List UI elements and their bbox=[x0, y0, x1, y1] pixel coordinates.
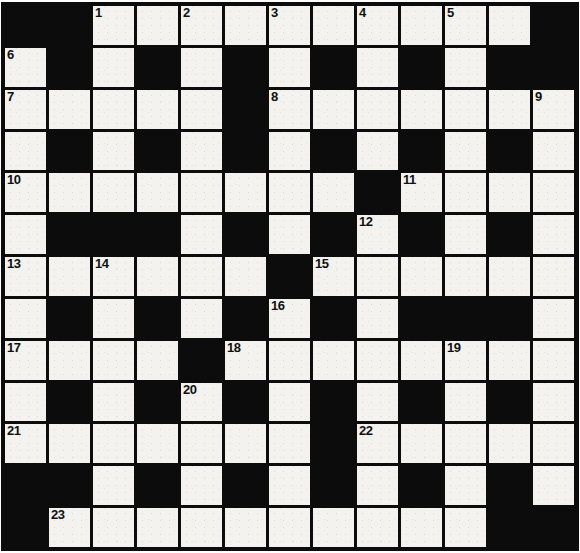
cell-r7-c11 bbox=[489, 299, 530, 338]
cell-r4-c1[interactable] bbox=[49, 173, 90, 212]
clue-number-11: 11 bbox=[403, 172, 416, 187]
cell-r1-c0[interactable]: 6 bbox=[5, 48, 46, 87]
cell-r10-c7 bbox=[313, 424, 354, 463]
cell-r3-c10[interactable] bbox=[445, 132, 486, 171]
cell-r7-c7 bbox=[313, 299, 354, 338]
cell-r10-c10[interactable] bbox=[445, 424, 486, 463]
cell-r2-c11[interactable] bbox=[489, 90, 530, 129]
cell-r11-c12[interactable] bbox=[533, 466, 574, 505]
cell-r3-c4[interactable] bbox=[181, 132, 222, 171]
cell-r8-c3[interactable] bbox=[137, 341, 178, 380]
cell-r5-c6[interactable] bbox=[269, 215, 310, 254]
cell-r11-c8[interactable] bbox=[357, 466, 398, 505]
cell-r7-c2[interactable] bbox=[93, 299, 134, 338]
cell-r7-c9 bbox=[401, 299, 442, 338]
cell-r5-c12[interactable] bbox=[533, 215, 574, 254]
cell-r1-c3 bbox=[137, 48, 178, 87]
cell-r1-c6[interactable] bbox=[269, 48, 310, 87]
cell-r12-c10[interactable] bbox=[445, 508, 486, 547]
cell-r12-c12 bbox=[533, 508, 574, 547]
cell-r10-c0[interactable]: 21 bbox=[5, 424, 46, 463]
cell-r6-c0[interactable]: 13 bbox=[5, 257, 46, 296]
cell-r3-c6[interactable] bbox=[269, 132, 310, 171]
clue-number-21: 21 bbox=[7, 423, 20, 438]
cell-r4-c2[interactable] bbox=[93, 173, 134, 212]
cell-r6-c11[interactable] bbox=[489, 257, 530, 296]
cell-r0-c3[interactable] bbox=[137, 6, 178, 45]
cell-r1-c8[interactable] bbox=[357, 48, 398, 87]
cell-r5-c3 bbox=[137, 215, 178, 254]
clue-number-6: 6 bbox=[7, 47, 14, 62]
clue-number-4: 4 bbox=[359, 5, 366, 20]
cell-r2-c5 bbox=[225, 90, 266, 129]
cell-r2-c1[interactable] bbox=[49, 90, 90, 129]
cell-r1-c10[interactable] bbox=[445, 48, 486, 87]
cell-r12-c2[interactable] bbox=[93, 508, 134, 547]
cell-r3-c5 bbox=[225, 132, 266, 171]
cell-r8-c12[interactable] bbox=[533, 341, 574, 380]
cell-r12-c11 bbox=[489, 508, 530, 547]
cell-r5-c9 bbox=[401, 215, 442, 254]
cell-r12-c3[interactable] bbox=[137, 508, 178, 547]
clue-number-3: 3 bbox=[271, 5, 278, 20]
cell-r11-c11 bbox=[489, 466, 530, 505]
cell-r8-c0[interactable]: 17 bbox=[5, 341, 46, 380]
cell-r11-c9 bbox=[401, 466, 442, 505]
cell-r3-c3 bbox=[137, 132, 178, 171]
cell-r6-c7[interactable]: 15 bbox=[313, 257, 354, 296]
clue-number-7: 7 bbox=[7, 89, 14, 104]
clue-number-1: 1 bbox=[95, 5, 102, 20]
clue-number-14: 14 bbox=[95, 256, 108, 271]
cell-r2-c2[interactable] bbox=[93, 90, 134, 129]
cell-r7-c6[interactable]: 16 bbox=[269, 299, 310, 338]
clue-number-20: 20 bbox=[183, 382, 196, 397]
clue-number-22: 22 bbox=[359, 423, 372, 438]
cell-r9-c11 bbox=[489, 383, 530, 422]
cell-r12-c7[interactable] bbox=[313, 508, 354, 547]
cell-r7-c5 bbox=[225, 299, 266, 338]
cell-r8-c11[interactable] bbox=[489, 341, 530, 380]
cell-r3-c9 bbox=[401, 132, 442, 171]
cell-r12-c8[interactable] bbox=[357, 508, 398, 547]
cell-r7-c0[interactable] bbox=[5, 299, 46, 338]
cell-r1-c7 bbox=[313, 48, 354, 87]
cell-r9-c2[interactable] bbox=[93, 383, 134, 422]
cell-r11-c0 bbox=[5, 466, 46, 505]
cell-r8-c2[interactable] bbox=[93, 341, 134, 380]
cell-r0-c8[interactable]: 4 bbox=[357, 6, 398, 45]
cell-r4-c11[interactable] bbox=[489, 173, 530, 212]
cell-r10-c5[interactable] bbox=[225, 424, 266, 463]
cell-r6-c8[interactable] bbox=[357, 257, 398, 296]
cell-r9-c9 bbox=[401, 383, 442, 422]
cell-r0-c5[interactable] bbox=[225, 6, 266, 45]
cell-r2-c10[interactable] bbox=[445, 90, 486, 129]
cell-r6-c10[interactable] bbox=[445, 257, 486, 296]
cell-r0-c1 bbox=[49, 6, 90, 45]
cell-r7-c12[interactable] bbox=[533, 299, 574, 338]
clue-number-10: 10 bbox=[7, 172, 20, 187]
cell-r0-c2[interactable]: 1 bbox=[93, 6, 134, 45]
cell-r5-c1 bbox=[49, 215, 90, 254]
cell-r4-c3[interactable] bbox=[137, 173, 178, 212]
cell-r6-c12[interactable] bbox=[533, 257, 574, 296]
cell-r6-c4[interactable] bbox=[181, 257, 222, 296]
cell-r5-c10[interactable] bbox=[445, 215, 486, 254]
cell-r5-c7 bbox=[313, 215, 354, 254]
cell-r9-c5 bbox=[225, 383, 266, 422]
cell-r10-c3[interactable] bbox=[137, 424, 178, 463]
cell-r12-c5[interactable] bbox=[225, 508, 266, 547]
cell-r12-c9[interactable] bbox=[401, 508, 442, 547]
cell-r10-c8[interactable]: 22 bbox=[357, 424, 398, 463]
cell-r2-c12[interactable]: 9 bbox=[533, 90, 574, 129]
cell-r10-c9[interactable] bbox=[401, 424, 442, 463]
cell-r7-c10 bbox=[445, 299, 486, 338]
cell-r5-c4[interactable] bbox=[181, 215, 222, 254]
cell-r7-c4[interactable] bbox=[181, 299, 222, 338]
cell-r0-c12 bbox=[533, 6, 574, 45]
cell-r3-c0[interactable] bbox=[5, 132, 46, 171]
cell-r9-c4[interactable]: 20 bbox=[181, 383, 222, 422]
cell-r4-c5[interactable] bbox=[225, 173, 266, 212]
cell-r10-c6[interactable] bbox=[269, 424, 310, 463]
cell-r6-c2[interactable]: 14 bbox=[93, 257, 134, 296]
cell-r8-c9[interactable] bbox=[401, 341, 442, 380]
cell-r11-c3 bbox=[137, 466, 178, 505]
cell-r3-c8[interactable] bbox=[357, 132, 398, 171]
cell-r10-c12[interactable] bbox=[533, 424, 574, 463]
cell-r8-c5[interactable]: 18 bbox=[225, 341, 266, 380]
cell-r4-c4[interactable] bbox=[181, 173, 222, 212]
cell-r2-c7[interactable] bbox=[313, 90, 354, 129]
cell-r3-c2[interactable] bbox=[93, 132, 134, 171]
cell-r9-c8[interactable] bbox=[357, 383, 398, 422]
cell-r10-c4[interactable] bbox=[181, 424, 222, 463]
cell-r12-c4[interactable] bbox=[181, 508, 222, 547]
cell-r6-c1[interactable] bbox=[49, 257, 90, 296]
cell-r3-c11 bbox=[489, 132, 530, 171]
cell-r1-c12 bbox=[533, 48, 574, 87]
cell-r1-c2[interactable] bbox=[93, 48, 134, 87]
cell-r5-c0[interactable] bbox=[5, 215, 46, 254]
cell-r1-c1 bbox=[49, 48, 90, 87]
cell-r1-c4[interactable] bbox=[181, 48, 222, 87]
cell-r2-c9[interactable] bbox=[401, 90, 442, 129]
cell-r4-c7[interactable] bbox=[313, 173, 354, 212]
cell-r11-c4[interactable] bbox=[181, 466, 222, 505]
crossword-page: 1234567891011121314151617181920212223 bbox=[0, 0, 580, 553]
cell-r0-c4[interactable]: 2 bbox=[181, 6, 222, 45]
cell-r0-c6[interactable]: 3 bbox=[269, 6, 310, 45]
cell-r10-c1[interactable] bbox=[49, 424, 90, 463]
cell-r2-c4[interactable] bbox=[181, 90, 222, 129]
cell-r4-c0[interactable]: 10 bbox=[5, 173, 46, 212]
cell-r12-c1[interactable]: 23 bbox=[49, 508, 90, 547]
cell-r6-c5[interactable] bbox=[225, 257, 266, 296]
cell-r9-c12[interactable] bbox=[533, 383, 574, 422]
cell-r5-c11 bbox=[489, 215, 530, 254]
crossword-board: 1234567891011121314151617181920212223 bbox=[1, 2, 579, 551]
cell-r4-c9[interactable]: 11 bbox=[401, 173, 442, 212]
clue-number-8: 8 bbox=[271, 89, 278, 104]
cell-r6-c3[interactable] bbox=[137, 257, 178, 296]
clue-number-23: 23 bbox=[51, 507, 64, 522]
clue-number-9: 9 bbox=[535, 89, 542, 104]
cell-r4-c12[interactable] bbox=[533, 173, 574, 212]
cell-r2-c3[interactable] bbox=[137, 90, 178, 129]
cell-r8-c7[interactable] bbox=[313, 341, 354, 380]
cell-r8-c1[interactable] bbox=[49, 341, 90, 380]
clue-number-5: 5 bbox=[447, 5, 454, 20]
cell-r0-c7[interactable] bbox=[313, 6, 354, 45]
cell-r11-c7 bbox=[313, 466, 354, 505]
cell-r12-c0 bbox=[5, 508, 46, 547]
cell-r6-c6 bbox=[269, 257, 310, 296]
cell-r0-c0 bbox=[5, 6, 46, 45]
cell-r9-c3 bbox=[137, 383, 178, 422]
cell-r0-c9[interactable] bbox=[401, 6, 442, 45]
cell-r2-c6[interactable]: 8 bbox=[269, 90, 310, 129]
cell-r5-c2 bbox=[93, 215, 134, 254]
clue-number-19: 19 bbox=[447, 340, 460, 355]
clue-number-12: 12 bbox=[359, 214, 372, 229]
cell-r8-c4 bbox=[181, 341, 222, 380]
clue-number-16: 16 bbox=[271, 298, 284, 313]
cell-r9-c7 bbox=[313, 383, 354, 422]
clue-number-15: 15 bbox=[315, 256, 328, 271]
cell-r8-c6[interactable] bbox=[269, 341, 310, 380]
cell-r1-c5 bbox=[225, 48, 266, 87]
clue-number-2: 2 bbox=[183, 5, 190, 20]
cell-r3-c7 bbox=[313, 132, 354, 171]
cell-r6-c9[interactable] bbox=[401, 257, 442, 296]
cell-r1-c11 bbox=[489, 48, 530, 87]
cell-r3-c1 bbox=[49, 132, 90, 171]
cell-r7-c1 bbox=[49, 299, 90, 338]
clue-number-17: 17 bbox=[7, 340, 20, 355]
clue-number-18: 18 bbox=[227, 340, 240, 355]
cell-r2-c0[interactable]: 7 bbox=[5, 90, 46, 129]
cell-r7-c3 bbox=[137, 299, 178, 338]
cell-r10-c2[interactable] bbox=[93, 424, 134, 463]
cell-r2-c8[interactable] bbox=[357, 90, 398, 129]
cell-r9-c0[interactable] bbox=[5, 383, 46, 422]
clue-number-13: 13 bbox=[7, 256, 20, 271]
cell-r4-c10[interactable] bbox=[445, 173, 486, 212]
cell-r11-c5 bbox=[225, 466, 266, 505]
cell-r5-c8[interactable]: 12 bbox=[357, 215, 398, 254]
cell-r3-c12[interactable] bbox=[533, 132, 574, 171]
cell-r9-c10[interactable] bbox=[445, 383, 486, 422]
cell-r0-c10[interactable]: 5 bbox=[445, 6, 486, 45]
cell-r11-c10[interactable] bbox=[445, 466, 486, 505]
cell-r10-c11[interactable] bbox=[489, 424, 530, 463]
cell-r12-c6[interactable] bbox=[269, 508, 310, 547]
cell-r9-c1 bbox=[49, 383, 90, 422]
cell-r9-c6[interactable] bbox=[269, 383, 310, 422]
cell-r4-c6[interactable] bbox=[269, 173, 310, 212]
cell-r4-c8 bbox=[357, 173, 398, 212]
cell-r0-c11[interactable] bbox=[489, 6, 530, 45]
cell-r8-c10[interactable]: 19 bbox=[445, 341, 486, 380]
cell-r1-c9 bbox=[401, 48, 442, 87]
cell-r7-c8[interactable] bbox=[357, 299, 398, 338]
cell-r11-c1 bbox=[49, 466, 90, 505]
cell-r8-c8[interactable] bbox=[357, 341, 398, 380]
cell-r11-c2[interactable] bbox=[93, 466, 134, 505]
cell-r11-c6[interactable] bbox=[269, 466, 310, 505]
cell-r5-c5 bbox=[225, 215, 266, 254]
